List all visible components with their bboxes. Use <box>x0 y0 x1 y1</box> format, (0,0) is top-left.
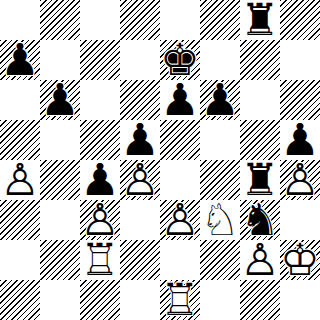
square-b4[interactable] <box>40 160 80 200</box>
square-e3[interactable]: ♟♙ <box>160 200 200 240</box>
square-e2[interactable] <box>160 240 200 280</box>
white-rook-piece: ♖ <box>80 240 120 280</box>
black-pawn-piece: ♟ <box>40 80 80 120</box>
white-rook-piece: ♖ <box>160 280 200 320</box>
black-pawn-fill: ♟ <box>280 120 320 160</box>
white-pawn-fill: ♟ <box>120 160 160 200</box>
black-pawn-fill: ♟ <box>40 80 80 120</box>
square-e6[interactable]: ♟♟ <box>160 80 200 120</box>
black-pawn-piece: ♟ <box>280 120 320 160</box>
black-king-piece: ♚ <box>160 40 200 80</box>
square-g4[interactable]: ♜♜ <box>240 160 280 200</box>
white-pawn-piece: ♙ <box>80 200 120 240</box>
square-c8[interactable] <box>80 0 120 40</box>
square-g1[interactable] <box>240 280 280 320</box>
square-d4[interactable]: ♟♙ <box>120 160 160 200</box>
square-a4[interactable]: ♟♙ <box>0 160 40 200</box>
black-knight-piece: ♞ <box>240 200 280 240</box>
square-d6[interactable] <box>120 80 160 120</box>
square-g8[interactable]: ♜♜ <box>240 0 280 40</box>
white-pawn-piece: ♙ <box>160 200 200 240</box>
square-e1[interactable]: ♜♖ <box>160 280 200 320</box>
square-e4[interactable] <box>160 160 200 200</box>
square-c3[interactable]: ♟♙ <box>80 200 120 240</box>
white-rook-fill: ♜ <box>80 240 120 280</box>
black-pawn-piece: ♟ <box>0 40 40 80</box>
black-pawn-fill: ♟ <box>80 160 120 200</box>
square-a2[interactable] <box>0 240 40 280</box>
square-g7[interactable] <box>240 40 280 80</box>
square-g3[interactable]: ♞♞ <box>240 200 280 240</box>
square-g2[interactable]: ♟♙ <box>240 240 280 280</box>
square-c5[interactable] <box>80 120 120 160</box>
white-king-piece: ♔ <box>280 240 320 280</box>
black-pawn-piece: ♟ <box>160 80 200 120</box>
square-c2[interactable]: ♜♖ <box>80 240 120 280</box>
square-f2[interactable] <box>200 240 240 280</box>
black-pawn-fill: ♟ <box>160 80 200 120</box>
black-pawn-piece: ♟ <box>80 160 120 200</box>
square-b6[interactable]: ♟♟ <box>40 80 80 120</box>
square-d5[interactable]: ♟♟ <box>120 120 160 160</box>
white-pawn-fill: ♟ <box>80 200 120 240</box>
square-g6[interactable] <box>240 80 280 120</box>
square-h4[interactable]: ♟♙ <box>280 160 320 200</box>
white-king-fill: ♚ <box>280 240 320 280</box>
square-h1[interactable] <box>280 280 320 320</box>
white-rook-fill: ♜ <box>160 280 200 320</box>
white-pawn-fill: ♟ <box>0 160 40 200</box>
square-b5[interactable] <box>40 120 80 160</box>
white-pawn-piece: ♙ <box>0 160 40 200</box>
black-rook-piece: ♜ <box>240 160 280 200</box>
black-king-fill: ♚ <box>160 40 200 80</box>
square-e5[interactable] <box>160 120 200 160</box>
square-f5[interactable] <box>200 120 240 160</box>
square-h2[interactable]: ♚♔ <box>280 240 320 280</box>
white-pawn-fill: ♟ <box>240 240 280 280</box>
square-d8[interactable] <box>120 0 160 40</box>
square-f6[interactable]: ♟♟ <box>200 80 240 120</box>
square-b1[interactable] <box>40 280 80 320</box>
black-pawn-piece: ♟ <box>200 80 240 120</box>
square-f7[interactable] <box>200 40 240 80</box>
black-rook-fill: ♜ <box>240 160 280 200</box>
white-knight-fill: ♞ <box>200 200 240 240</box>
white-pawn-fill: ♟ <box>280 160 320 200</box>
square-g5[interactable] <box>240 120 280 160</box>
square-d3[interactable] <box>120 200 160 240</box>
white-pawn-piece: ♙ <box>280 160 320 200</box>
white-knight-piece: ♘ <box>200 200 240 240</box>
square-c4[interactable]: ♟♟ <box>80 160 120 200</box>
square-a1[interactable] <box>0 280 40 320</box>
square-h8[interactable] <box>280 0 320 40</box>
square-a7[interactable]: ♟♟ <box>0 40 40 80</box>
black-knight-fill: ♞ <box>240 200 280 240</box>
white-pawn-piece: ♙ <box>120 160 160 200</box>
square-b8[interactable] <box>40 0 80 40</box>
square-e7[interactable]: ♚♚ <box>160 40 200 80</box>
square-h3[interactable] <box>280 200 320 240</box>
square-a8[interactable] <box>0 0 40 40</box>
chess-board: ♜♜♟♟♚♚♟♟♟♟♟♟♟♟♟♟♟♙♟♟♟♙♜♜♟♙♟♙♟♙♞♘♞♞♜♖♟♙♚♔… <box>0 0 320 320</box>
square-e8[interactable] <box>160 0 200 40</box>
black-pawn-piece: ♟ <box>120 120 160 160</box>
square-f8[interactable] <box>200 0 240 40</box>
square-f3[interactable]: ♞♘ <box>200 200 240 240</box>
square-h5[interactable]: ♟♟ <box>280 120 320 160</box>
square-d7[interactable] <box>120 40 160 80</box>
square-h6[interactable] <box>280 80 320 120</box>
square-d2[interactable] <box>120 240 160 280</box>
square-f1[interactable] <box>200 280 240 320</box>
square-c6[interactable] <box>80 80 120 120</box>
square-a6[interactable] <box>0 80 40 120</box>
black-rook-piece: ♜ <box>240 0 280 40</box>
black-pawn-fill: ♟ <box>200 80 240 120</box>
square-a3[interactable] <box>0 200 40 240</box>
square-b3[interactable] <box>40 200 80 240</box>
square-a5[interactable] <box>0 120 40 160</box>
black-pawn-fill: ♟ <box>0 40 40 80</box>
black-pawn-fill: ♟ <box>120 120 160 160</box>
square-f4[interactable] <box>200 160 240 200</box>
square-d1[interactable] <box>120 280 160 320</box>
white-pawn-fill: ♟ <box>160 200 200 240</box>
white-pawn-piece: ♙ <box>240 240 280 280</box>
square-h7[interactable] <box>280 40 320 80</box>
black-rook-fill: ♜ <box>240 0 280 40</box>
square-b7[interactable] <box>40 40 80 80</box>
square-b2[interactable] <box>40 240 80 280</box>
square-c1[interactable] <box>80 280 120 320</box>
square-c7[interactable] <box>80 40 120 80</box>
